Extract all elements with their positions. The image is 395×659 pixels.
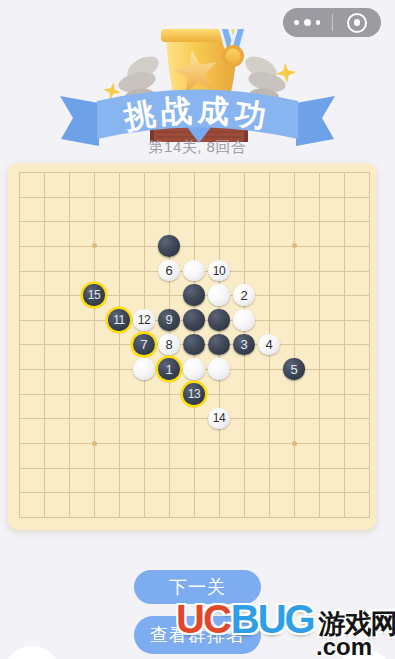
stone-black-15: 15 xyxy=(83,284,105,306)
more-dots-icon xyxy=(294,20,299,25)
stone-white xyxy=(133,358,155,380)
medal-icon xyxy=(219,29,247,67)
stone-white-8: 8 xyxy=(158,334,180,356)
grid-line xyxy=(319,172,320,518)
stone-black-9: 9 xyxy=(158,309,180,331)
more-button[interactable] xyxy=(283,8,332,37)
grid-line xyxy=(19,517,370,518)
stone-black-5: 5 xyxy=(283,358,305,380)
stone-black xyxy=(183,334,205,356)
ucbug-watermark: UCBUG游戏网 .com xyxy=(176,597,395,642)
stone-black-1: 1 xyxy=(158,358,180,380)
decor-circle-left xyxy=(3,646,61,659)
exit-circle-icon xyxy=(347,13,367,33)
grid-line xyxy=(19,443,370,444)
wechat-capsule xyxy=(283,8,381,37)
more-dots-icon xyxy=(316,20,321,25)
star-point xyxy=(92,441,97,446)
grid-line xyxy=(19,468,370,469)
trophy-cup-icon xyxy=(161,29,243,105)
wing-icon-right xyxy=(242,52,288,105)
grid-line xyxy=(19,418,370,419)
star-point xyxy=(92,243,97,248)
exit-button[interactable] xyxy=(333,8,382,37)
gomoku-board[interactable]: 610152111297834151314 xyxy=(8,163,376,530)
star-point xyxy=(292,243,297,248)
stone-black xyxy=(158,235,180,257)
grid-line xyxy=(344,172,345,518)
stone-black-13: 13 xyxy=(183,383,205,405)
stone-black-7: 7 xyxy=(133,334,155,356)
stone-white-4: 4 xyxy=(258,334,280,356)
grid-line xyxy=(294,172,295,518)
stone-white-6: 6 xyxy=(158,260,180,282)
stone-white xyxy=(183,260,205,282)
sparkle-icon xyxy=(101,62,297,102)
stone-white xyxy=(183,358,205,380)
watermark-bug: BUG xyxy=(231,597,314,642)
stone-white xyxy=(208,358,230,380)
mini-program-screen: 挑战成功 第14关, 8回合 610152111297834151314 下一关… xyxy=(0,0,395,659)
stone-white xyxy=(233,309,255,331)
stone-black-11: 11 xyxy=(108,309,130,331)
stone-black xyxy=(183,309,205,331)
level-status: 第14关, 8回合 xyxy=(0,138,395,157)
stone-white-12: 12 xyxy=(133,309,155,331)
stone-black-3: 3 xyxy=(233,334,255,356)
grid-line xyxy=(369,172,370,518)
stone-white-2: 2 xyxy=(233,284,255,306)
star-icon xyxy=(173,50,216,93)
watermark-uc: UC xyxy=(176,597,230,642)
stone-black xyxy=(208,309,230,331)
wing-icon-left xyxy=(116,52,162,105)
more-dots-icon xyxy=(304,19,311,26)
stone-white-10: 10 xyxy=(208,260,230,282)
stone-white xyxy=(208,284,230,306)
grid-line xyxy=(19,492,370,493)
banner-title: 挑战成功 xyxy=(120,92,273,135)
stone-black xyxy=(208,334,230,356)
watermark-domain: .com xyxy=(316,633,372,659)
stone-black xyxy=(183,284,205,306)
stone-white-14: 14 xyxy=(208,408,230,430)
star-point xyxy=(292,441,297,446)
